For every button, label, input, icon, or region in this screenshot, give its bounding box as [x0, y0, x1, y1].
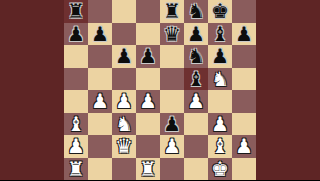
square-g7[interactable]: ♝: [208, 23, 232, 46]
black-bishop[interactable]: ♝: [187, 68, 205, 90]
square-a1[interactable]: ♜: [64, 158, 88, 181]
square-h4[interactable]: [232, 90, 256, 113]
chess-board: ♜♜♞♚♟♟♛♟♝♟♟♟♞♟♝♞♟♟♟♟♝♞♟♟♟♛♟♝♟♜♜♚: [64, 0, 256, 180]
chess-thumbnail: ♜♜♞♚♟♟♛♟♝♟♟♟♞♟♝♞♟♟♟♟♝♞♟♟♟♛♟♝♟♜♜♚: [0, 0, 320, 180]
white-knight[interactable]: ♞: [211, 68, 229, 90]
square-f5[interactable]: ♝: [184, 68, 208, 91]
white-pawn[interactable]: ♟: [163, 135, 181, 157]
black-pawn[interactable]: ♟: [91, 23, 109, 45]
square-b7[interactable]: ♟: [88, 23, 112, 46]
white-knight[interactable]: ♞: [115, 113, 133, 135]
white-pawn[interactable]: ♟: [187, 90, 205, 112]
white-king[interactable]: ♚: [211, 158, 229, 180]
square-f6[interactable]: ♞: [184, 45, 208, 68]
square-a2[interactable]: ♟: [64, 135, 88, 158]
square-c6[interactable]: ♟: [112, 45, 136, 68]
black-king[interactable]: ♚: [211, 0, 229, 22]
square-d2[interactable]: [136, 135, 160, 158]
right-letterbox-bar: [256, 0, 320, 180]
square-c4[interactable]: ♟: [112, 90, 136, 113]
white-pawn[interactable]: ♟: [67, 135, 85, 157]
square-e2[interactable]: ♟: [160, 135, 184, 158]
black-rook[interactable]: ♜: [67, 0, 85, 22]
white-rook[interactable]: ♜: [67, 158, 85, 180]
black-pawn[interactable]: ♟: [211, 45, 229, 67]
square-g5[interactable]: ♞: [208, 68, 232, 91]
square-a6[interactable]: [64, 45, 88, 68]
square-c8[interactable]: [112, 0, 136, 23]
square-e7[interactable]: ♛: [160, 23, 184, 46]
white-pawn[interactable]: ♟: [139, 90, 157, 112]
white-rook[interactable]: ♜: [139, 158, 157, 180]
square-g1[interactable]: ♚: [208, 158, 232, 181]
black-pawn[interactable]: ♟: [67, 23, 85, 45]
black-pawn[interactable]: ♟: [139, 45, 157, 67]
square-g3[interactable]: ♟: [208, 113, 232, 136]
black-knight[interactable]: ♞: [187, 45, 205, 67]
black-pawn[interactable]: ♟: [163, 113, 181, 135]
black-knight[interactable]: ♞: [187, 0, 205, 22]
square-b4[interactable]: ♟: [88, 90, 112, 113]
square-c7[interactable]: [112, 23, 136, 46]
white-pawn[interactable]: ♟: [211, 113, 229, 135]
square-e8[interactable]: ♜: [160, 0, 184, 23]
square-c5[interactable]: [112, 68, 136, 91]
black-pawn[interactable]: ♟: [235, 23, 253, 45]
square-h3[interactable]: [232, 113, 256, 136]
square-e5[interactable]: [160, 68, 184, 91]
square-b2[interactable]: [88, 135, 112, 158]
black-rook[interactable]: ♜: [163, 0, 181, 22]
square-a7[interactable]: ♟: [64, 23, 88, 46]
square-f8[interactable]: ♞: [184, 0, 208, 23]
square-e4[interactable]: [160, 90, 184, 113]
black-pawn[interactable]: ♟: [115, 45, 133, 67]
square-g2[interactable]: ♝: [208, 135, 232, 158]
square-d4[interactable]: ♟: [136, 90, 160, 113]
square-f7[interactable]: ♟: [184, 23, 208, 46]
square-b8[interactable]: [88, 0, 112, 23]
square-h2[interactable]: ♟: [232, 135, 256, 158]
left-letterbox-bar: [0, 0, 64, 180]
square-d8[interactable]: [136, 0, 160, 23]
square-f2[interactable]: [184, 135, 208, 158]
black-pawn[interactable]: ♟: [187, 23, 205, 45]
square-e3[interactable]: ♟: [160, 113, 184, 136]
square-b1[interactable]: [88, 158, 112, 181]
square-c3[interactable]: ♞: [112, 113, 136, 136]
white-pawn[interactable]: ♟: [115, 90, 133, 112]
square-d7[interactable]: [136, 23, 160, 46]
black-queen[interactable]: ♛: [163, 23, 181, 45]
square-a5[interactable]: [64, 68, 88, 91]
square-g6[interactable]: ♟: [208, 45, 232, 68]
square-b3[interactable]: [88, 113, 112, 136]
square-d1[interactable]: ♜: [136, 158, 160, 181]
square-h6[interactable]: [232, 45, 256, 68]
white-pawn[interactable]: ♟: [235, 135, 253, 157]
square-h1[interactable]: [232, 158, 256, 181]
square-g4[interactable]: [208, 90, 232, 113]
square-f4[interactable]: ♟: [184, 90, 208, 113]
square-b5[interactable]: [88, 68, 112, 91]
white-bishop[interactable]: ♝: [67, 113, 85, 135]
square-d3[interactable]: [136, 113, 160, 136]
white-pawn[interactable]: ♟: [91, 90, 109, 112]
black-bishop[interactable]: ♝: [211, 23, 229, 45]
white-bishop[interactable]: ♝: [211, 135, 229, 157]
square-c1[interactable]: [112, 158, 136, 181]
square-d6[interactable]: ♟: [136, 45, 160, 68]
square-f3[interactable]: [184, 113, 208, 136]
square-b6[interactable]: [88, 45, 112, 68]
square-h5[interactable]: [232, 68, 256, 91]
square-h7[interactable]: ♟: [232, 23, 256, 46]
square-f1[interactable]: [184, 158, 208, 181]
square-a8[interactable]: ♜: [64, 0, 88, 23]
square-c2[interactable]: ♛: [112, 135, 136, 158]
square-g8[interactable]: ♚: [208, 0, 232, 23]
square-d5[interactable]: [136, 68, 160, 91]
square-a3[interactable]: ♝: [64, 113, 88, 136]
white-queen[interactable]: ♛: [115, 135, 133, 157]
square-e6[interactable]: [160, 45, 184, 68]
square-e1[interactable]: [160, 158, 184, 181]
square-h8[interactable]: [232, 0, 256, 23]
square-a4[interactable]: [64, 90, 88, 113]
